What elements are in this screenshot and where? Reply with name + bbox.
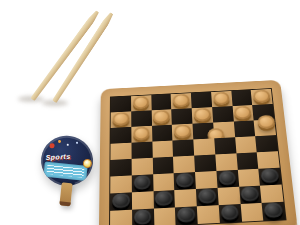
- light-piece[interactable]: [234, 105, 252, 119]
- square-r3c2[interactable]: [152, 141, 173, 158]
- square-r5c0[interactable]: [110, 175, 131, 193]
- square-r4c0[interactable]: [110, 159, 131, 177]
- square-r1c6[interactable]: [232, 105, 254, 121]
- drumstick-shadow: [18, 96, 44, 102]
- square-r5c2[interactable]: [153, 173, 175, 191]
- board-grid: [109, 88, 287, 225]
- firework-graphic: [67, 144, 69, 146]
- dark-piece[interactable]: [198, 188, 217, 204]
- square-r7c7[interactable]: [262, 202, 286, 221]
- square-r2c2[interactable]: [152, 125, 173, 142]
- light-piece[interactable]: [113, 112, 130, 126]
- light-piece[interactable]: [213, 91, 230, 105]
- square-r1c2[interactable]: [151, 109, 172, 126]
- firework-graphic: [49, 143, 54, 148]
- dark-piece[interactable]: [218, 170, 237, 185]
- square-r2c7[interactable]: [254, 119, 276, 136]
- square-r0c0[interactable]: [111, 96, 131, 112]
- square-r6c5[interactable]: [217, 187, 240, 205]
- square-r3c7[interactable]: [255, 135, 277, 152]
- paddle-badge: [82, 159, 92, 169]
- square-r6c1[interactable]: [132, 191, 154, 209]
- firework-graphic: [58, 140, 61, 143]
- dark-piece[interactable]: [260, 168, 279, 183]
- square-r0c7[interactable]: [251, 89, 273, 105]
- square-r3c1[interactable]: [131, 142, 152, 159]
- square-r5c4[interactable]: [195, 171, 217, 189]
- dark-piece[interactable]: [155, 190, 173, 206]
- square-r5c7[interactable]: [259, 168, 282, 186]
- square-r7c5[interactable]: [218, 204, 241, 223]
- dark-piece[interactable]: [264, 202, 283, 218]
- square-r7c4[interactable]: [197, 205, 220, 224]
- square-r2c6[interactable]: [233, 120, 255, 137]
- light-piece[interactable]: [257, 114, 275, 128]
- square-r0c1[interactable]: [131, 95, 151, 111]
- light-piece[interactable]: [174, 124, 191, 138]
- light-piece[interactable]: [253, 89, 271, 103]
- dark-piece[interactable]: [220, 204, 239, 220]
- square-r1c1[interactable]: [131, 110, 152, 127]
- square-r2c1[interactable]: [131, 126, 152, 143]
- square-r4c6[interactable]: [236, 152, 259, 170]
- board-frame: [99, 80, 298, 225]
- dark-piece[interactable]: [112, 192, 130, 208]
- square-r3c4[interactable]: [193, 138, 215, 155]
- square-r6c7[interactable]: [260, 185, 283, 203]
- light-piece[interactable]: [193, 107, 210, 121]
- square-r2c0[interactable]: [111, 127, 132, 144]
- dark-piece[interactable]: [241, 186, 260, 202]
- square-r4c5[interactable]: [215, 153, 237, 171]
- label-fine-print: [47, 165, 85, 178]
- square-r7c3[interactable]: [175, 206, 198, 225]
- square-r6c0[interactable]: [110, 192, 132, 210]
- dark-piece[interactable]: [133, 174, 151, 189]
- square-r6c2[interactable]: [153, 190, 175, 208]
- light-piece[interactable]: [133, 95, 150, 109]
- paddle-handle: [59, 182, 72, 206]
- square-r5c3[interactable]: [174, 172, 196, 190]
- square-r4c1[interactable]: [131, 158, 152, 176]
- light-piece[interactable]: [133, 126, 150, 140]
- square-r3c0[interactable]: [110, 143, 131, 160]
- square-r1c5[interactable]: [212, 106, 233, 122]
- square-r6c4[interactable]: [196, 188, 219, 206]
- square-r7c0[interactable]: [110, 210, 132, 225]
- square-r4c3[interactable]: [173, 156, 195, 174]
- paddle-blade: Sports: [39, 133, 96, 188]
- firework-graphic: [76, 142, 78, 144]
- square-r6c6[interactable]: [239, 186, 262, 204]
- table-tennis-paddle: Sports: [36, 133, 99, 208]
- square-r4c7[interactable]: [257, 151, 280, 169]
- dark-piece[interactable]: [134, 209, 152, 225]
- square-r2c3[interactable]: [172, 124, 193, 141]
- square-r1c3[interactable]: [171, 108, 192, 125]
- square-r7c2[interactable]: [153, 207, 175, 225]
- product-photo-scene: Sports: [0, 0, 300, 225]
- square-r0c4[interactable]: [191, 92, 212, 108]
- square-r4c2[interactable]: [152, 157, 174, 175]
- square-r3c5[interactable]: [214, 137, 236, 154]
- square-r0c2[interactable]: [151, 94, 172, 110]
- square-r1c4[interactable]: [192, 107, 213, 123]
- square-r3c6[interactable]: [235, 136, 257, 153]
- square-r4c4[interactable]: [194, 154, 216, 172]
- square-r2c5[interactable]: [213, 122, 235, 139]
- square-r1c0[interactable]: [111, 111, 131, 128]
- paddle-handle-cap: [59, 201, 70, 206]
- square-r7c6[interactable]: [240, 203, 263, 222]
- dark-piece[interactable]: [176, 172, 194, 187]
- square-r5c6[interactable]: [237, 169, 260, 187]
- checkers-board: [99, 62, 299, 224]
- square-r5c1[interactable]: [132, 174, 154, 192]
- dark-piece[interactable]: [177, 206, 196, 222]
- square-r0c5[interactable]: [211, 91, 232, 107]
- square-r7c1[interactable]: [132, 209, 154, 225]
- square-r3c3[interactable]: [173, 139, 195, 156]
- light-piece[interactable]: [173, 93, 190, 107]
- square-r6c3[interactable]: [174, 189, 196, 207]
- square-r0c3[interactable]: [171, 93, 192, 109]
- square-r0c6[interactable]: [231, 90, 252, 106]
- paddle-label: [43, 162, 87, 181]
- light-piece[interactable]: [153, 109, 170, 123]
- square-r5c5[interactable]: [216, 170, 239, 188]
